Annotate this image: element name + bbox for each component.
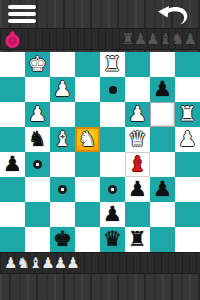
black-P-piece: ♟ (128, 179, 147, 200)
square-g2[interactable] (25, 77, 50, 102)
square-d6[interactable] (100, 177, 125, 202)
legal-move-dot (109, 86, 117, 94)
square-h4[interactable] (0, 127, 25, 152)
square-d5[interactable] (100, 152, 125, 177)
square-h2[interactable] (0, 77, 25, 102)
top-toolbar (0, 0, 200, 28)
square-f7[interactable] (50, 202, 75, 227)
chess-app-screen: ♜♟♟♝♞♟ ♚♜♟♟♟♟♜♞♝♞♛♟♟♝♟♟♟♚♛♜ ♟♞♝♟♟♟ (0, 0, 200, 300)
square-d4[interactable] (100, 127, 125, 152)
square-f4[interactable]: ♝ (50, 127, 75, 152)
black-Q-piece: ♛ (103, 229, 122, 250)
black-P-piece: ♟ (153, 79, 172, 100)
square-a4[interactable]: ♟ (175, 127, 200, 152)
square-e8[interactable] (75, 227, 100, 252)
white-P-piece: ♟ (178, 129, 197, 150)
square-e4[interactable]: ♞ (75, 127, 100, 152)
square-a8[interactable] (175, 227, 200, 252)
white-Q-piece: ♛ (128, 129, 147, 150)
timer-clock-icon (4, 30, 21, 49)
square-g1[interactable]: ♚ (25, 52, 50, 77)
captured-piece-P: ♟ (41, 254, 53, 272)
legal-move-dot (58, 185, 67, 194)
black-R-piece: ♜ (128, 229, 147, 250)
captured-piece-P: ♟ (54, 254, 66, 272)
undo-icon[interactable] (156, 2, 192, 26)
square-g8[interactable] (25, 227, 50, 252)
white-P-piece: ♟ (128, 104, 147, 125)
square-c2[interactable] (125, 77, 150, 102)
square-e7[interactable] (75, 202, 100, 227)
square-d7[interactable]: ♟ (100, 202, 125, 227)
white-N-piece: ♞ (78, 129, 97, 150)
square-d1[interactable]: ♜ (100, 52, 125, 77)
square-e3[interactable] (75, 102, 100, 127)
captured-tray-bottom: ♟♞♝♟♟♟ (0, 252, 200, 274)
square-c6[interactable]: ♟ (125, 177, 150, 202)
captured-piece-R: ♜ (121, 30, 133, 48)
square-b2[interactable]: ♟ (150, 77, 175, 102)
square-d8[interactable]: ♛ (100, 227, 125, 252)
square-h7[interactable] (0, 202, 25, 227)
square-h3[interactable] (0, 102, 25, 127)
captured-tray-top: ♜♟♟♝♞♟ (0, 28, 200, 50)
square-a7[interactable] (175, 202, 200, 227)
square-a3[interactable]: ♜ (175, 102, 200, 127)
captured-piece-B: ♝ (29, 254, 41, 272)
square-f1[interactable] (50, 52, 75, 77)
square-h1[interactable] (0, 52, 25, 77)
square-h8[interactable] (0, 227, 25, 252)
white-R-piece: ♜ (103, 54, 122, 75)
square-h5[interactable]: ♟ (0, 152, 25, 177)
square-d2[interactable] (100, 77, 125, 102)
hamburger-menu-icon[interactable] (8, 5, 36, 23)
square-g4[interactable]: ♞ (25, 127, 50, 152)
square-g3[interactable]: ♟ (25, 102, 50, 127)
square-h6[interactable] (0, 177, 25, 202)
square-e2[interactable] (75, 77, 100, 102)
square-b1[interactable] (150, 52, 175, 77)
square-c3[interactable]: ♟ (125, 102, 150, 127)
square-f6[interactable] (50, 177, 75, 202)
square-a6[interactable] (175, 177, 200, 202)
square-c8[interactable]: ♜ (125, 227, 150, 252)
chess-board: ♚♜♟♟♟♟♜♞♝♞♛♟♟♝♟♟♟♚♛♜ (0, 52, 200, 252)
captured-piece-P: ♟ (134, 30, 146, 48)
captured-piece-P: ♟ (4, 254, 16, 272)
black-P-piece: ♟ (3, 154, 22, 175)
legal-move-dot (33, 160, 42, 169)
square-e5[interactable] (75, 152, 100, 177)
captured-piece-P: ♟ (184, 30, 196, 48)
square-g7[interactable] (25, 202, 50, 227)
black-P-piece: ♟ (103, 204, 122, 225)
white-P-piece: ♟ (28, 104, 47, 125)
square-b7[interactable] (150, 202, 175, 227)
square-c1[interactable] (125, 52, 150, 77)
square-f5[interactable] (50, 152, 75, 177)
square-g6[interactable] (25, 177, 50, 202)
black-K-piece: ♚ (53, 229, 72, 250)
captured-piece-N: ♞ (171, 30, 183, 48)
square-b6[interactable]: ♟ (150, 177, 175, 202)
captured-white-pieces: ♟♞♝♟♟♟ (4, 256, 79, 271)
captured-piece-B: ♝ (159, 30, 171, 48)
square-d3[interactable] (100, 102, 125, 127)
white-K-piece: ♚ (28, 54, 47, 75)
square-b4[interactable] (150, 127, 175, 152)
square-b3[interactable] (150, 102, 175, 127)
square-g5[interactable] (25, 152, 50, 177)
square-e1[interactable] (75, 52, 100, 77)
square-b8[interactable] (150, 227, 175, 252)
white-B-piece: ♝ (53, 129, 72, 150)
square-f2[interactable]: ♟ (50, 77, 75, 102)
black-P-piece: ♟ (153, 179, 172, 200)
square-f8[interactable]: ♚ (50, 227, 75, 252)
square-f3[interactable] (50, 102, 75, 127)
black-N-piece: ♞ (28, 129, 47, 150)
square-b5[interactable] (150, 152, 175, 177)
white-P-piece: ♟ (53, 79, 72, 100)
square-c4[interactable]: ♛ (125, 127, 150, 152)
square-a1[interactable] (175, 52, 200, 77)
legal-move-dot (108, 185, 117, 194)
square-a5[interactable] (175, 152, 200, 177)
captured-black-pieces: ♜♟♟♝♞♟ (121, 32, 196, 47)
square-a2[interactable] (175, 77, 200, 102)
square-c7[interactable] (125, 202, 150, 227)
captured-piece-P: ♟ (66, 254, 78, 272)
captured-piece-P: ♟ (146, 30, 158, 48)
square-e6[interactable] (75, 177, 100, 202)
square-c5[interactable]: ♝ (125, 152, 150, 177)
captured-piece-N: ♞ (16, 254, 28, 272)
black-B-piece: ♝ (128, 154, 147, 175)
white-R-piece: ♜ (178, 104, 197, 125)
